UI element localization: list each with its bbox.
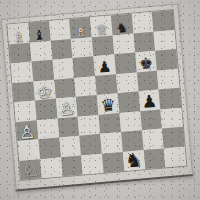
square-g1 [143, 148, 165, 169]
square-h5 [157, 68, 179, 89]
square-c2 [59, 136, 81, 157]
square-b7 [30, 40, 52, 61]
frame-bottom-marks: ·‥··‥· [108, 176, 128, 183]
square-f3 [119, 111, 141, 132]
square-f7 [112, 33, 134, 54]
square-b4 [35, 99, 57, 120]
square-e2 [100, 132, 122, 153]
square-b2 [38, 137, 60, 158]
square-g5 [136, 70, 158, 91]
square-e4: ♛ [97, 93, 119, 114]
square-e3 [98, 113, 120, 134]
square-g7 [133, 31, 155, 52]
square-a1: ♘ [19, 159, 41, 180]
square-g6: ♚ [135, 51, 157, 72]
square-b1 [40, 157, 62, 178]
square-g4: ♟ [138, 90, 160, 111]
board-frame: ⌁⌁⌇⌁⌁ ♗♝♗♕♞♟♚♔♙♛♟♙♘♞ ·‥··‥· [1, 4, 193, 192]
square-a4 [14, 100, 36, 121]
square-c3 [57, 116, 79, 137]
square-h8 [152, 10, 174, 31]
square-d8: ♗ [69, 17, 91, 38]
square-a3: ♙ [16, 120, 38, 141]
square-b5: ♔ [33, 79, 55, 100]
square-c7 [50, 39, 72, 60]
square-a6 [11, 62, 33, 83]
black-knight: ♞ [124, 151, 143, 172]
square-e1 [102, 151, 124, 172]
square-f8: ♞ [111, 14, 133, 35]
square-d1 [81, 153, 103, 174]
square-d4 [76, 95, 98, 116]
square-c6 [52, 58, 74, 79]
square-d5 [74, 76, 96, 97]
square-b3 [36, 118, 58, 139]
square-h1 [164, 146, 186, 167]
square-c1 [61, 155, 83, 176]
square-f1: ♞ [123, 150, 145, 171]
square-b8: ♝ [28, 21, 50, 42]
square-d3 [78, 114, 100, 135]
square-h4 [159, 88, 181, 109]
square-a8: ♗ [7, 23, 29, 44]
square-g3 [140, 109, 162, 130]
square-g8 [131, 12, 153, 33]
square-d7 [71, 37, 93, 58]
square-b6 [31, 60, 53, 81]
square-a7 [9, 42, 31, 63]
square-c5 [54, 77, 76, 98]
chess-board: ♗♝♗♕♞♟♚♔♙♛♟♙♘♞ [6, 9, 187, 181]
square-f4 [117, 91, 139, 112]
square-e7 [92, 35, 114, 56]
square-e6: ♟ [93, 54, 115, 75]
square-f5 [116, 72, 138, 93]
white-knight: ♘ [21, 160, 40, 181]
square-f6 [114, 53, 136, 74]
square-c8 [49, 19, 71, 40]
square-h2 [162, 127, 184, 148]
square-g2 [142, 128, 164, 149]
square-d6 [73, 56, 95, 77]
square-d2 [80, 134, 102, 155]
square-e8: ♕ [90, 15, 112, 36]
square-h3 [160, 107, 182, 128]
square-a5 [12, 81, 34, 102]
square-h7 [154, 29, 176, 50]
square-c4: ♙ [55, 97, 77, 118]
square-h6 [155, 49, 177, 70]
square-e5 [95, 74, 117, 95]
